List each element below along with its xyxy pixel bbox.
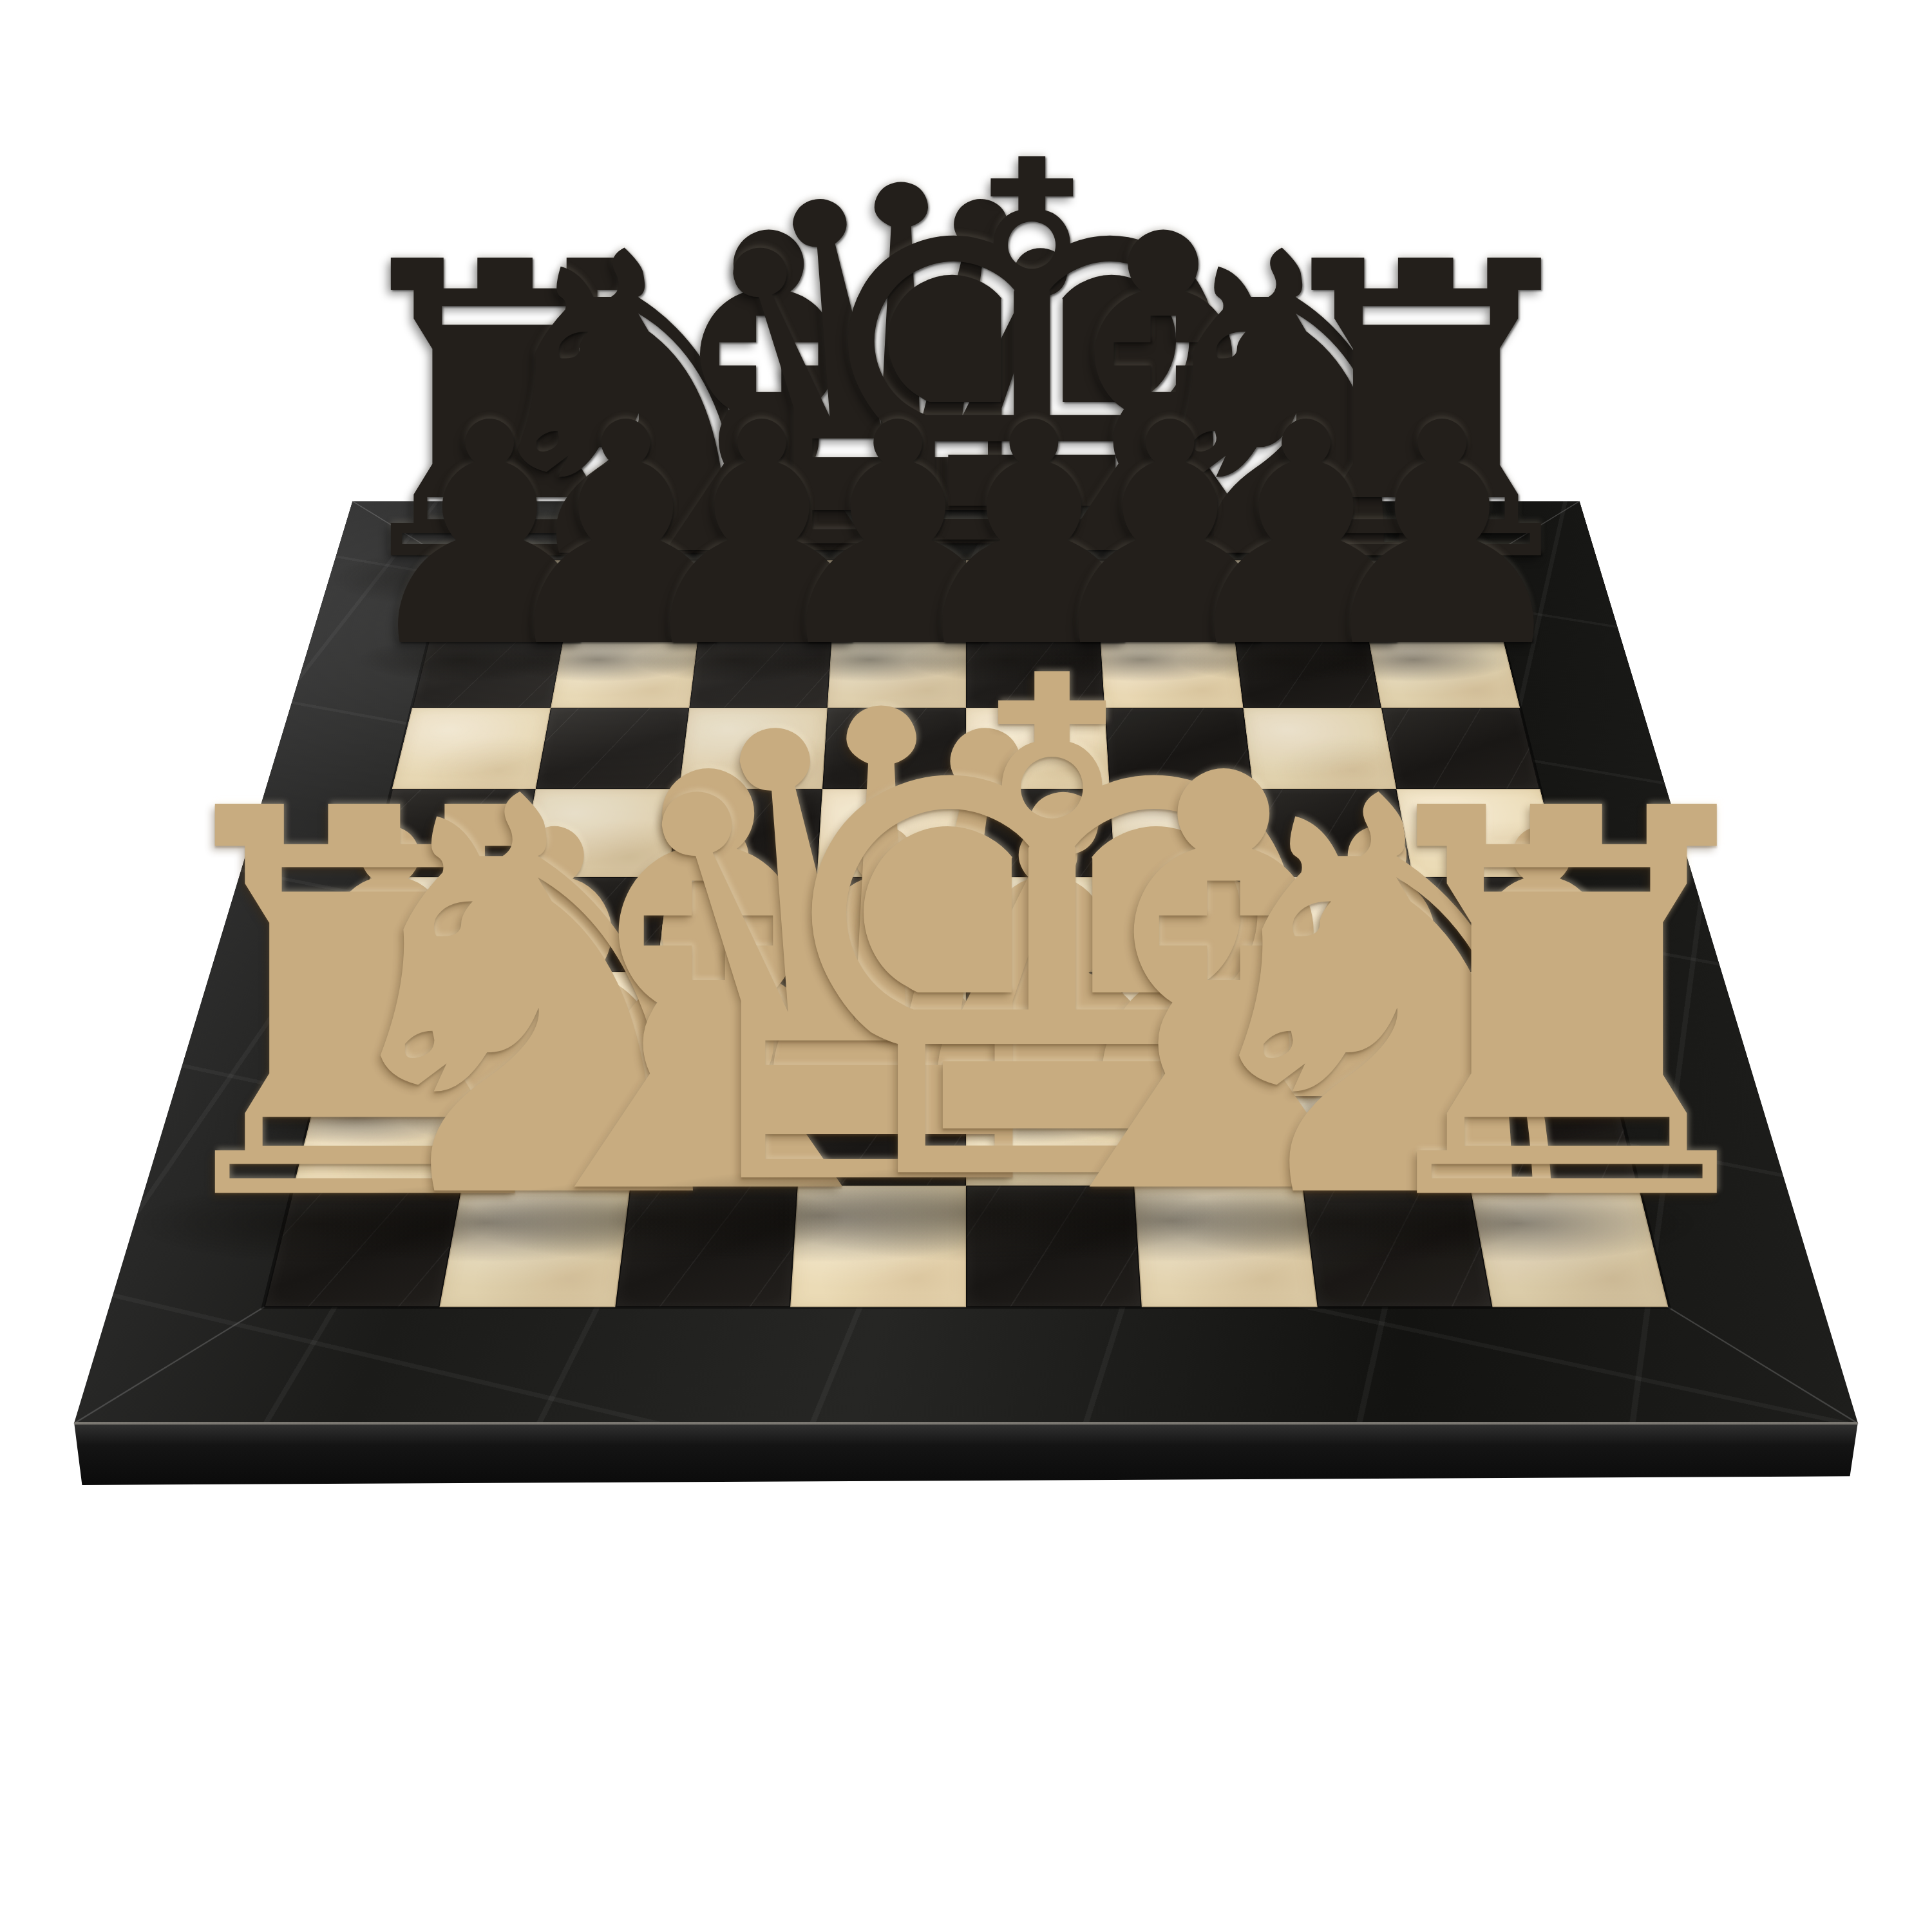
- photo-scene: ♜♞♝♛♚♝♞♜♟♟♟♟♟♟♟♟♟♟♟♟♟♟♟♟♜♞♝♛♚♝♞♜: [0, 0, 1932, 1932]
- board-slab-edge: [74, 1422, 1858, 1485]
- white-rook-glyph: ♜: [1328, 755, 1805, 1261]
- piece-white-rook[interactable]: ♜: [1328, 755, 1805, 1261]
- pieces-layer: ♜♞♝♛♚♝♞♜♟♟♟♟♟♟♟♟♟♟♟♟♟♟♟♟♜♞♝♛♚♝♞♜: [0, 0, 1932, 1932]
- frame-miter-seam: [1667, 1307, 1859, 1425]
- frame-miter-seam: [73, 1307, 265, 1425]
